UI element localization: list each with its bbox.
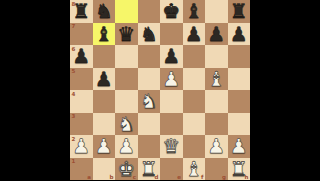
piece-white-rook[interactable]: ♜ <box>138 158 161 181</box>
square-c4[interactable] <box>115 90 138 113</box>
square-b4[interactable] <box>93 90 116 113</box>
square-a1[interactable]: 1a <box>70 158 93 181</box>
file-label-e: e <box>177 174 181 180</box>
square-f5[interactable] <box>183 68 206 91</box>
square-c7[interactable]: ♛ <box>115 23 138 46</box>
square-a4[interactable]: 4 <box>70 90 93 113</box>
square-b5[interactable]: ♟ <box>93 68 116 91</box>
square-d3[interactable] <box>138 113 161 136</box>
video-frame: 8♜♞♚♝♜7♝♛♞♟♟♟6♟♟5♟♟♝4♞3♞2♟♟♟♛♟♟1abc♚d♜ef… <box>0 0 320 180</box>
square-f8[interactable]: ♝ <box>183 0 206 23</box>
square-e8[interactable]: ♚ <box>160 0 183 23</box>
square-f7[interactable]: ♟ <box>183 23 206 46</box>
square-d8[interactable] <box>138 0 161 23</box>
square-b1[interactable]: b <box>93 158 116 181</box>
square-h6[interactable] <box>228 45 251 68</box>
piece-white-queen[interactable]: ♛ <box>160 135 183 158</box>
square-b3[interactable] <box>93 113 116 136</box>
piece-white-king[interactable]: ♚ <box>115 158 138 181</box>
piece-black-rook[interactable]: ♜ <box>228 0 251 23</box>
square-f4[interactable] <box>183 90 206 113</box>
square-b2[interactable]: ♟ <box>93 135 116 158</box>
square-g1[interactable]: g <box>205 158 228 181</box>
file-label-g: g <box>222 174 226 180</box>
square-h3[interactable] <box>228 113 251 136</box>
piece-white-rook[interactable]: ♜ <box>228 158 251 181</box>
file-label-b: b <box>110 174 114 180</box>
chess-board[interactable]: 8♜♞♚♝♜7♝♛♞♟♟♟6♟♟5♟♟♝4♞3♞2♟♟♟♛♟♟1abc♚d♜ef… <box>70 0 250 180</box>
square-d2[interactable] <box>138 135 161 158</box>
letterbox-left <box>0 0 70 180</box>
square-c1[interactable]: c♚ <box>115 158 138 181</box>
square-e2[interactable]: ♛ <box>160 135 183 158</box>
square-e1[interactable]: e <box>160 158 183 181</box>
square-h5[interactable] <box>228 68 251 91</box>
square-a3[interactable]: 3 <box>70 113 93 136</box>
piece-black-pawn[interactable]: ♟ <box>228 23 251 46</box>
square-a6[interactable]: 6♟ <box>70 45 93 68</box>
piece-black-bishop[interactable]: ♝ <box>183 0 206 23</box>
square-g4[interactable] <box>205 90 228 113</box>
piece-black-pawn[interactable]: ♟ <box>70 45 93 68</box>
piece-black-pawn[interactable]: ♟ <box>93 68 116 91</box>
piece-white-pawn[interactable]: ♟ <box>115 135 138 158</box>
square-e3[interactable] <box>160 113 183 136</box>
piece-black-pawn[interactable]: ♟ <box>205 23 228 46</box>
square-h2[interactable]: ♟ <box>228 135 251 158</box>
piece-white-pawn[interactable]: ♟ <box>160 68 183 91</box>
square-d4[interactable]: ♞ <box>138 90 161 113</box>
piece-white-bishop[interactable]: ♝ <box>205 68 228 91</box>
piece-black-knight[interactable]: ♞ <box>138 23 161 46</box>
square-b8[interactable]: ♞ <box>93 0 116 23</box>
square-a5[interactable]: 5 <box>70 68 93 91</box>
piece-black-pawn[interactable]: ♟ <box>183 23 206 46</box>
square-b7[interactable]: ♝ <box>93 23 116 46</box>
square-c3[interactable]: ♞ <box>115 113 138 136</box>
piece-black-rook[interactable]: ♜ <box>70 0 93 23</box>
square-h1[interactable]: h♜ <box>228 158 251 181</box>
piece-black-pawn[interactable]: ♟ <box>160 45 183 68</box>
square-e5[interactable]: ♟ <box>160 68 183 91</box>
square-c5[interactable] <box>115 68 138 91</box>
square-g3[interactable] <box>205 113 228 136</box>
letterbox-right <box>250 0 320 180</box>
square-f2[interactable] <box>183 135 206 158</box>
piece-white-pawn[interactable]: ♟ <box>228 135 251 158</box>
square-f3[interactable] <box>183 113 206 136</box>
square-g2[interactable]: ♟ <box>205 135 228 158</box>
square-d7[interactable]: ♞ <box>138 23 161 46</box>
rank-label-4: 4 <box>72 91 76 97</box>
square-e6[interactable]: ♟ <box>160 45 183 68</box>
square-a7[interactable]: 7 <box>70 23 93 46</box>
square-c6[interactable] <box>115 45 138 68</box>
rank-label-5: 5 <box>72 68 76 74</box>
square-d1[interactable]: d♜ <box>138 158 161 181</box>
piece-white-pawn[interactable]: ♟ <box>205 135 228 158</box>
square-g5[interactable]: ♝ <box>205 68 228 91</box>
square-f1[interactable]: f♝ <box>183 158 206 181</box>
piece-white-knight[interactable]: ♞ <box>138 90 161 113</box>
piece-black-king[interactable]: ♚ <box>160 0 183 23</box>
square-h4[interactable] <box>228 90 251 113</box>
square-h8[interactable]: ♜ <box>228 0 251 23</box>
square-g7[interactable]: ♟ <box>205 23 228 46</box>
piece-white-bishop[interactable]: ♝ <box>183 158 206 181</box>
square-c2[interactable]: ♟ <box>115 135 138 158</box>
square-a2[interactable]: 2♟ <box>70 135 93 158</box>
square-d5[interactable] <box>138 68 161 91</box>
square-d6[interactable] <box>138 45 161 68</box>
rank-label-1: 1 <box>72 158 76 164</box>
piece-black-knight[interactable]: ♞ <box>93 0 116 23</box>
rank-label-3: 3 <box>72 113 76 119</box>
square-h7[interactable]: ♟ <box>228 23 251 46</box>
rank-label-7: 7 <box>72 23 76 29</box>
square-g8[interactable] <box>205 0 228 23</box>
square-b6[interactable] <box>93 45 116 68</box>
piece-white-pawn[interactable]: ♟ <box>70 135 93 158</box>
square-e4[interactable] <box>160 90 183 113</box>
piece-white-knight[interactable]: ♞ <box>115 113 138 136</box>
piece-black-queen[interactable]: ♛ <box>115 23 138 46</box>
piece-black-bishop[interactable]: ♝ <box>93 23 116 46</box>
square-f6[interactable] <box>183 45 206 68</box>
piece-white-pawn[interactable]: ♟ <box>93 135 116 158</box>
square-e7[interactable] <box>160 23 183 46</box>
file-label-a: a <box>87 174 91 180</box>
square-c8[interactable] <box>115 0 138 23</box>
square-a8[interactable]: 8♜ <box>70 0 93 23</box>
square-g6[interactable] <box>205 45 228 68</box>
